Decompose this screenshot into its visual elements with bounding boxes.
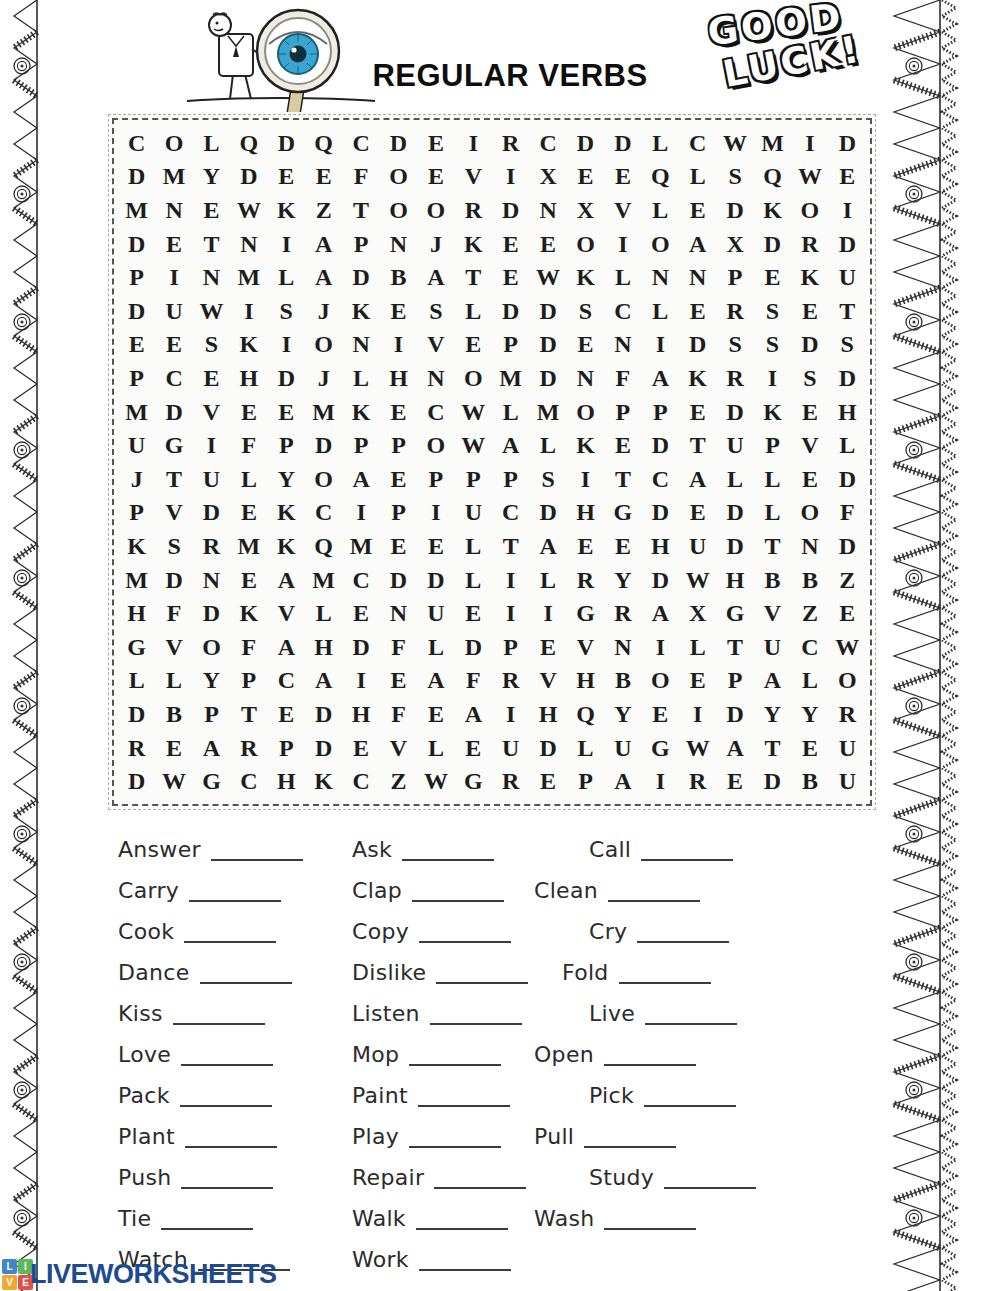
grid-cell-r6c10[interactable]: L <box>455 294 492 328</box>
grid-cell-r1c6[interactable]: Q <box>305 126 342 160</box>
grid-cell-r2c5[interactable]: E <box>268 160 305 194</box>
grid-cell-r12c1[interactable]: P <box>118 496 155 530</box>
grid-cell-r2c15[interactable]: Q <box>642 160 679 194</box>
grid-cell-r11c10[interactable]: P <box>455 462 492 496</box>
grid-cell-r7c9[interactable]: V <box>417 328 454 362</box>
grid-cell-r14c2[interactable]: D <box>155 563 192 597</box>
grid-cell-r17c15[interactable]: O <box>642 664 679 698</box>
grid-cell-r5c18[interactable]: E <box>754 260 791 294</box>
grid-cell-r7c14[interactable]: N <box>604 328 641 362</box>
grid-cell-r10c5[interactable]: P <box>268 428 305 462</box>
grid-cell-r9c2[interactable]: D <box>155 395 192 429</box>
answer-blank[interactable] <box>184 924 276 943</box>
grid-cell-r6c20[interactable]: T <box>829 294 866 328</box>
grid-cell-r18c5[interactable]: E <box>268 697 305 731</box>
grid-cell-r1c7[interactable]: C <box>342 126 379 160</box>
grid-cell-r16c8[interactable]: F <box>380 630 417 664</box>
grid-cell-r12c5[interactable]: K <box>268 496 305 530</box>
grid-cell-r15c2[interactable]: F <box>155 596 192 630</box>
grid-cell-r9c15[interactable]: P <box>642 395 679 429</box>
grid-cell-r10c1[interactable]: U <box>118 428 155 462</box>
answer-blank[interactable] <box>211 842 303 861</box>
grid-cell-r15c19[interactable]: Z <box>791 596 828 630</box>
grid-cell-r7c8[interactable]: I <box>380 328 417 362</box>
grid-cell-r18c10[interactable]: A <box>455 697 492 731</box>
grid-cell-r2c19[interactable]: W <box>791 160 828 194</box>
grid-cell-r16c14[interactable]: N <box>604 630 641 664</box>
grid-cell-r17c20[interactable]: O <box>829 664 866 698</box>
grid-cell-r11c4[interactable]: L <box>230 462 267 496</box>
grid-cell-r6c12[interactable]: D <box>529 294 566 328</box>
grid-cell-r11c13[interactable]: I <box>567 462 604 496</box>
grid-cell-r6c14[interactable]: C <box>604 294 641 328</box>
answer-blank[interactable] <box>644 1088 736 1107</box>
grid-cell-r7c15[interactable]: I <box>642 328 679 362</box>
grid-cell-r10c17[interactable]: U <box>716 428 753 462</box>
grid-cell-r8c13[interactable]: N <box>567 361 604 395</box>
grid-cell-r8c12[interactable]: D <box>529 361 566 395</box>
grid-cell-r17c16[interactable]: E <box>679 664 716 698</box>
grid-cell-r16c16[interactable]: L <box>679 630 716 664</box>
grid-cell-r3c17[interactable]: D <box>716 193 753 227</box>
grid-cell-r18c7[interactable]: H <box>342 697 379 731</box>
grid-cell-r7c4[interactable]: K <box>230 328 267 362</box>
answer-blank[interactable] <box>419 924 511 943</box>
grid-cell-r13c12[interactable]: A <box>529 529 566 563</box>
grid-cell-r10c4[interactable]: F <box>230 428 267 462</box>
grid-cell-r7c18[interactable]: S <box>754 328 791 362</box>
grid-cell-r20c8[interactable]: Z <box>380 764 417 798</box>
grid-cell-r6c3[interactable]: W <box>193 294 230 328</box>
answer-blank[interactable] <box>181 1170 273 1189</box>
grid-cell-r20c19[interactable]: B <box>791 764 828 798</box>
grid-cell-r3c4[interactable]: W <box>230 193 267 227</box>
grid-cell-r15c1[interactable]: H <box>118 596 155 630</box>
grid-cell-r2c2[interactable]: M <box>155 160 192 194</box>
grid-cell-r7c7[interactable]: N <box>342 328 379 362</box>
grid-cell-r5c20[interactable]: U <box>829 260 866 294</box>
grid-cell-r18c8[interactable]: F <box>380 697 417 731</box>
grid-cell-r16c17[interactable]: T <box>716 630 753 664</box>
grid-cell-r7c10[interactable]: E <box>455 328 492 362</box>
grid-cell-r9c8[interactable]: E <box>380 395 417 429</box>
grid-cell-r20c20[interactable]: U <box>829 764 866 798</box>
grid-cell-r1c18[interactable]: M <box>754 126 791 160</box>
answer-blank[interactable] <box>419 1252 511 1271</box>
answer-blank[interactable] <box>608 883 700 902</box>
grid-cell-r3c12[interactable]: N <box>529 193 566 227</box>
grid-cell-r16c20[interactable]: W <box>829 630 866 664</box>
grid-cell-r8c18[interactable]: I <box>754 361 791 395</box>
grid-cell-r19c11[interactable]: U <box>492 731 529 765</box>
grid-cell-r13c18[interactable]: T <box>754 529 791 563</box>
grid-cell-r17c6[interactable]: A <box>305 664 342 698</box>
grid-cell-r17c5[interactable]: C <box>268 664 305 698</box>
grid-cell-r9c16[interactable]: E <box>679 395 716 429</box>
answer-blank[interactable] <box>412 883 504 902</box>
grid-cell-r13c11[interactable]: T <box>492 529 529 563</box>
grid-cell-r4c4[interactable]: N <box>230 227 267 261</box>
answer-blank[interactable] <box>584 1129 676 1148</box>
grid-cell-r17c2[interactable]: L <box>155 664 192 698</box>
grid-cell-r9c13[interactable]: O <box>567 395 604 429</box>
grid-cell-r20c9[interactable]: W <box>417 764 454 798</box>
grid-cell-r9c18[interactable]: K <box>754 395 791 429</box>
grid-cell-r20c3[interactable]: G <box>193 764 230 798</box>
grid-cell-r3c16[interactable]: E <box>679 193 716 227</box>
grid-cell-r6c8[interactable]: E <box>380 294 417 328</box>
grid-cell-r8c9[interactable]: N <box>417 361 454 395</box>
grid-cell-r18c15[interactable]: E <box>642 697 679 731</box>
grid-cell-r20c18[interactable]: D <box>754 764 791 798</box>
grid-cell-r1c10[interactable]: I <box>455 126 492 160</box>
grid-cell-r16c11[interactable]: P <box>492 630 529 664</box>
grid-cell-r19c12[interactable]: D <box>529 731 566 765</box>
grid-cell-r9c12[interactable]: M <box>529 395 566 429</box>
grid-cell-r11c2[interactable]: T <box>155 462 192 496</box>
grid-cell-r9c6[interactable]: M <box>305 395 342 429</box>
grid-cell-r13c1[interactable]: K <box>118 529 155 563</box>
grid-cell-r4c2[interactable]: E <box>155 227 192 261</box>
grid-cell-r4c1[interactable]: D <box>118 227 155 261</box>
grid-cell-r5c19[interactable]: K <box>791 260 828 294</box>
grid-cell-r3c15[interactable]: L <box>642 193 679 227</box>
grid-cell-r1c8[interactable]: D <box>380 126 417 160</box>
grid-cell-r9c17[interactable]: D <box>716 395 753 429</box>
grid-cell-r19c14[interactable]: U <box>604 731 641 765</box>
grid-cell-r13c20[interactable]: D <box>829 529 866 563</box>
grid-cell-r4c11[interactable]: E <box>492 227 529 261</box>
grid-cell-r5c1[interactable]: P <box>118 260 155 294</box>
grid-cell-r8c14[interactable]: F <box>604 361 641 395</box>
grid-cell-r5c16[interactable]: N <box>679 260 716 294</box>
grid-cell-r12c9[interactable]: I <box>417 496 454 530</box>
grid-cell-r12c14[interactable]: G <box>604 496 641 530</box>
grid-cell-r6c11[interactable]: D <box>492 294 529 328</box>
grid-cell-r13c14[interactable]: E <box>604 529 641 563</box>
grid-cell-r18c14[interactable]: Y <box>604 697 641 731</box>
grid-cell-r12c4[interactable]: E <box>230 496 267 530</box>
grid-cell-r15c10[interactable]: E <box>455 596 492 630</box>
grid-cell-r19c1[interactable]: R <box>118 731 155 765</box>
grid-cell-r1c11[interactable]: R <box>492 126 529 160</box>
grid-cell-r5c14[interactable]: L <box>604 260 641 294</box>
grid-cell-r18c18[interactable]: Y <box>754 697 791 731</box>
grid-cell-r9c3[interactable]: V <box>193 395 230 429</box>
grid-cell-r9c4[interactable]: E <box>230 395 267 429</box>
answer-blank[interactable] <box>409 1047 501 1066</box>
grid-cell-r4c7[interactable]: P <box>342 227 379 261</box>
grid-cell-r6c2[interactable]: U <box>155 294 192 328</box>
grid-cell-r5c11[interactable]: E <box>492 260 529 294</box>
grid-cell-r16c4[interactable]: F <box>230 630 267 664</box>
grid-cell-r19c16[interactable]: W <box>679 731 716 765</box>
grid-cell-r11c14[interactable]: T <box>604 462 641 496</box>
grid-cell-r9c20[interactable]: H <box>829 395 866 429</box>
grid-cell-r20c13[interactable]: P <box>567 764 604 798</box>
grid-cell-r2c17[interactable]: S <box>716 160 753 194</box>
answer-blank[interactable] <box>637 924 729 943</box>
grid-cell-r11c9[interactable]: P <box>417 462 454 496</box>
grid-cell-r14c18[interactable]: B <box>754 563 791 597</box>
grid-cell-r8c5[interactable]: D <box>268 361 305 395</box>
grid-cell-r9c19[interactable]: E <box>791 395 828 429</box>
answer-blank[interactable] <box>416 1211 508 1230</box>
grid-cell-r12c13[interactable]: H <box>567 496 604 530</box>
grid-cell-r2c6[interactable]: E <box>305 160 342 194</box>
grid-cell-r16c5[interactable]: A <box>268 630 305 664</box>
grid-cell-r3c8[interactable]: O <box>380 193 417 227</box>
grid-cell-r18c17[interactable]: D <box>716 697 753 731</box>
answer-blank[interactable] <box>604 1211 696 1230</box>
grid-cell-r3c13[interactable]: X <box>567 193 604 227</box>
grid-cell-r16c6[interactable]: H <box>305 630 342 664</box>
grid-cell-r10c15[interactable]: D <box>642 428 679 462</box>
grid-cell-r13c5[interactable]: K <box>268 529 305 563</box>
grid-cell-r15c18[interactable]: V <box>754 596 791 630</box>
grid-cell-r1c16[interactable]: C <box>679 126 716 160</box>
answer-blank[interactable] <box>409 1129 501 1148</box>
grid-cell-r17c4[interactable]: P <box>230 664 267 698</box>
grid-cell-r2c16[interactable]: L <box>679 160 716 194</box>
grid-cell-r20c1[interactable]: D <box>118 764 155 798</box>
grid-cell-r17c8[interactable]: E <box>380 664 417 698</box>
grid-cell-r15c16[interactable]: X <box>679 596 716 630</box>
grid-cell-r13c17[interactable]: D <box>716 529 753 563</box>
grid-cell-r13c4[interactable]: M <box>230 529 267 563</box>
grid-cell-r14c3[interactable]: N <box>193 563 230 597</box>
grid-cell-r8c4[interactable]: H <box>230 361 267 395</box>
grid-cell-r12c20[interactable]: F <box>829 496 866 530</box>
grid-cell-r20c16[interactable]: R <box>679 764 716 798</box>
grid-cell-r12c19[interactable]: O <box>791 496 828 530</box>
grid-cell-r6c13[interactable]: S <box>567 294 604 328</box>
grid-cell-r5c6[interactable]: A <box>305 260 342 294</box>
answer-blank[interactable] <box>181 1047 273 1066</box>
grid-cell-r15c8[interactable]: N <box>380 596 417 630</box>
grid-cell-r11c12[interactable]: S <box>529 462 566 496</box>
grid-cell-r2c11[interactable]: I <box>492 160 529 194</box>
grid-cell-r20c14[interactable]: A <box>604 764 641 798</box>
grid-cell-r14c9[interactable]: D <box>417 563 454 597</box>
grid-cell-r4c10[interactable]: K <box>455 227 492 261</box>
answer-blank[interactable] <box>434 1170 526 1189</box>
grid-cell-r12c11[interactable]: C <box>492 496 529 530</box>
grid-cell-r4c17[interactable]: X <box>716 227 753 261</box>
grid-cell-r12c7[interactable]: I <box>342 496 379 530</box>
grid-cell-r8c8[interactable]: H <box>380 361 417 395</box>
grid-cell-r16c18[interactable]: U <box>754 630 791 664</box>
grid-cell-r20c12[interactable]: E <box>529 764 566 798</box>
grid-cell-r10c9[interactable]: O <box>417 428 454 462</box>
grid-cell-r18c12[interactable]: H <box>529 697 566 731</box>
grid-cell-r1c4[interactable]: Q <box>230 126 267 160</box>
grid-cell-r5c3[interactable]: N <box>193 260 230 294</box>
grid-cell-r13c10[interactable]: L <box>455 529 492 563</box>
grid-cell-r12c8[interactable]: P <box>380 496 417 530</box>
grid-cell-r13c13[interactable]: E <box>567 529 604 563</box>
grid-cell-r3c19[interactable]: O <box>791 193 828 227</box>
grid-cell-r4c6[interactable]: A <box>305 227 342 261</box>
grid-cell-r7c5[interactable]: I <box>268 328 305 362</box>
grid-cell-r15c9[interactable]: U <box>417 596 454 630</box>
grid-cell-r15c15[interactable]: A <box>642 596 679 630</box>
grid-cell-r10c7[interactable]: P <box>342 428 379 462</box>
grid-cell-r13c19[interactable]: N <box>791 529 828 563</box>
answer-blank[interactable] <box>173 1006 265 1025</box>
grid-cell-r10c18[interactable]: P <box>754 428 791 462</box>
grid-cell-r13c16[interactable]: U <box>679 529 716 563</box>
grid-cell-r11c15[interactable]: C <box>642 462 679 496</box>
grid-cell-r9c14[interactable]: P <box>604 395 641 429</box>
grid-cell-r12c15[interactable]: D <box>642 496 679 530</box>
grid-cell-r12c2[interactable]: V <box>155 496 192 530</box>
answer-blank[interactable] <box>430 1006 522 1025</box>
grid-cell-r4c12[interactable]: E <box>529 227 566 261</box>
grid-cell-r5c10[interactable]: T <box>455 260 492 294</box>
grid-cell-r6c7[interactable]: K <box>342 294 379 328</box>
grid-cell-r10c19[interactable]: V <box>791 428 828 462</box>
grid-cell-r3c2[interactable]: N <box>155 193 192 227</box>
grid-cell-r7c19[interactable]: D <box>791 328 828 362</box>
grid-cell-r1c19[interactable]: I <box>791 126 828 160</box>
grid-cell-r8c6[interactable]: J <box>305 361 342 395</box>
grid-cell-r15c14[interactable]: R <box>604 596 641 630</box>
grid-cell-r14c11[interactable]: I <box>492 563 529 597</box>
answer-blank[interactable] <box>604 1047 696 1066</box>
grid-cell-r7c6[interactable]: O <box>305 328 342 362</box>
grid-cell-r3c18[interactable]: K <box>754 193 791 227</box>
grid-cell-r11c19[interactable]: E <box>791 462 828 496</box>
grid-cell-r4c18[interactable]: D <box>754 227 791 261</box>
grid-cell-r5c8[interactable]: B <box>380 260 417 294</box>
grid-cell-r14c7[interactable]: C <box>342 563 379 597</box>
grid-cell-r6c15[interactable]: L <box>642 294 679 328</box>
answer-blank[interactable] <box>418 1088 510 1107</box>
grid-cell-r19c5[interactable]: P <box>268 731 305 765</box>
grid-cell-r20c7[interactable]: C <box>342 764 379 798</box>
grid-cell-r9c5[interactable]: E <box>268 395 305 429</box>
grid-cell-r16c3[interactable]: O <box>193 630 230 664</box>
grid-cell-r3c5[interactable]: K <box>268 193 305 227</box>
grid-cell-r8c17[interactable]: R <box>716 361 753 395</box>
grid-cell-r2c18[interactable]: Q <box>754 160 791 194</box>
grid-cell-r16c10[interactable]: D <box>455 630 492 664</box>
answer-blank[interactable] <box>200 965 292 984</box>
grid-cell-r12c10[interactable]: U <box>455 496 492 530</box>
grid-cell-r8c16[interactable]: K <box>679 361 716 395</box>
grid-cell-r5c12[interactable]: W <box>529 260 566 294</box>
grid-cell-r19c10[interactable]: E <box>455 731 492 765</box>
grid-cell-r20c4[interactable]: C <box>230 764 267 798</box>
grid-cell-r2c12[interactable]: X <box>529 160 566 194</box>
grid-cell-r19c4[interactable]: R <box>230 731 267 765</box>
grid-cell-r20c2[interactable]: W <box>155 764 192 798</box>
grid-cell-r12c18[interactable]: L <box>754 496 791 530</box>
grid-cell-r12c3[interactable]: D <box>193 496 230 530</box>
grid-cell-r7c12[interactable]: D <box>529 328 566 362</box>
grid-cell-r17c10[interactable]: F <box>455 664 492 698</box>
grid-cell-r7c17[interactable]: S <box>716 328 753 362</box>
answer-blank[interactable] <box>189 883 281 902</box>
grid-cell-r11c3[interactable]: U <box>193 462 230 496</box>
grid-cell-r1c13[interactable]: D <box>567 126 604 160</box>
grid-cell-r11c6[interactable]: O <box>305 462 342 496</box>
grid-cell-r8c1[interactable]: P <box>118 361 155 395</box>
grid-cell-r18c13[interactable]: Q <box>567 697 604 731</box>
grid-cell-r17c12[interactable]: V <box>529 664 566 698</box>
grid-cell-r18c20[interactable]: R <box>829 697 866 731</box>
answer-blank[interactable] <box>402 842 494 861</box>
grid-cell-r9c7[interactable]: K <box>342 395 379 429</box>
grid-cell-r16c19[interactable]: C <box>791 630 828 664</box>
grid-cell-r3c3[interactable]: E <box>193 193 230 227</box>
grid-cell-r2c1[interactable]: D <box>118 160 155 194</box>
grid-cell-r14c16[interactable]: W <box>679 563 716 597</box>
answer-blank[interactable] <box>619 965 711 984</box>
grid-cell-r14c15[interactable]: D <box>642 563 679 597</box>
grid-cell-r13c15[interactable]: H <box>642 529 679 563</box>
grid-cell-r5c9[interactable]: A <box>417 260 454 294</box>
grid-cell-r1c20[interactable]: D <box>829 126 866 160</box>
grid-cell-r1c9[interactable]: E <box>417 126 454 160</box>
grid-cell-r5c13[interactable]: K <box>567 260 604 294</box>
grid-cell-r19c18[interactable]: T <box>754 731 791 765</box>
grid-cell-r1c2[interactable]: O <box>155 126 192 160</box>
grid-cell-r19c9[interactable]: L <box>417 731 454 765</box>
grid-cell-r11c17[interactable]: L <box>716 462 753 496</box>
grid-cell-r17c13[interactable]: H <box>567 664 604 698</box>
grid-cell-r18c4[interactable]: T <box>230 697 267 731</box>
grid-cell-r19c20[interactable]: U <box>829 731 866 765</box>
grid-cell-r20c15[interactable]: I <box>642 764 679 798</box>
grid-cell-r19c13[interactable]: L <box>567 731 604 765</box>
grid-cell-r17c14[interactable]: B <box>604 664 641 698</box>
grid-cell-r15c13[interactable]: G <box>567 596 604 630</box>
grid-cell-r3c14[interactable]: V <box>604 193 641 227</box>
grid-cell-r8c2[interactable]: C <box>155 361 192 395</box>
grid-cell-r3c11[interactable]: D <box>492 193 529 227</box>
grid-cell-r17c1[interactable]: L <box>118 664 155 698</box>
grid-cell-r17c18[interactable]: A <box>754 664 791 698</box>
grid-cell-r5c17[interactable]: P <box>716 260 753 294</box>
grid-cell-r8c7[interactable]: L <box>342 361 379 395</box>
grid-cell-r2c3[interactable]: Y <box>193 160 230 194</box>
grid-cell-r20c11[interactable]: R <box>492 764 529 798</box>
grid-cell-r4c3[interactable]: T <box>193 227 230 261</box>
grid-cell-r11c18[interactable]: L <box>754 462 791 496</box>
grid-cell-r15c12[interactable]: I <box>529 596 566 630</box>
grid-cell-r18c9[interactable]: E <box>417 697 454 731</box>
grid-cell-r17c3[interactable]: Y <box>193 664 230 698</box>
grid-cell-r7c16[interactable]: D <box>679 328 716 362</box>
grid-cell-r6c9[interactable]: S <box>417 294 454 328</box>
grid-cell-r14c12[interactable]: L <box>529 563 566 597</box>
grid-cell-r3c6[interactable]: Z <box>305 193 342 227</box>
grid-cell-r14c20[interactable]: Z <box>829 563 866 597</box>
grid-cell-r18c6[interactable]: D <box>305 697 342 731</box>
grid-cell-r10c14[interactable]: E <box>604 428 641 462</box>
grid-cell-r15c11[interactable]: I <box>492 596 529 630</box>
grid-cell-r20c6[interactable]: K <box>305 764 342 798</box>
grid-cell-r2c14[interactable]: E <box>604 160 641 194</box>
answer-blank[interactable] <box>436 965 528 984</box>
grid-cell-r1c1[interactable]: C <box>118 126 155 160</box>
grid-cell-r20c10[interactable]: G <box>455 764 492 798</box>
grid-cell-r11c16[interactable]: A <box>679 462 716 496</box>
grid-cell-r17c11[interactable]: R <box>492 664 529 698</box>
grid-cell-r14c17[interactable]: H <box>716 563 753 597</box>
